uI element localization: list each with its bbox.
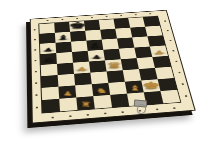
latch-clasp <box>131 100 151 116</box>
square-e7[interactable] <box>100 29 117 40</box>
square-d1[interactable] <box>93 95 112 109</box>
square-h1[interactable] <box>160 90 180 104</box>
piece-black-knight[interactable]: ♞ <box>39 57 60 63</box>
piece-black-pawn[interactable]: ♟ <box>38 47 58 52</box>
piece-black-bishop[interactable]: ♝ <box>54 35 74 41</box>
piece-black-bishop[interactable]: ♝ <box>86 42 106 49</box>
piece-white-pawn[interactable]: ♟ <box>150 50 170 55</box>
piece-black-king[interactable]: ♚ <box>68 21 87 30</box>
latch-ring-icon <box>136 103 147 114</box>
square-b1[interactable] <box>59 97 77 111</box>
chess-set-photo: ♚♝♟♝♟♞♟♛♟♟♞♝♚♜ <box>0 0 210 142</box>
piece-black-pawn[interactable]: ♟ <box>87 55 107 60</box>
chess-board: ♚♝♟♝♟♞♟♛♟♟♞♝♚♜ <box>30 10 196 124</box>
square-h4[interactable] <box>152 56 171 68</box>
square-a1[interactable] <box>42 99 60 113</box>
square-c1[interactable] <box>76 96 95 110</box>
border-dots-left <box>34 25 39 114</box>
